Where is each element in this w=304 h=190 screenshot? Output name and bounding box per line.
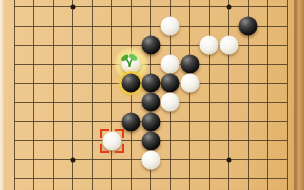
intersection-col8-row3[interactable]	[161, 0, 181, 17]
gomoku-board-screenshot	[0, 0, 304, 190]
intersection-col2-row11[interactable]	[44, 150, 64, 169]
intersection-col3-row4[interactable]	[63, 17, 83, 36]
intersection-col5-row11[interactable]	[102, 150, 122, 169]
intersection-col4-row7[interactable]	[83, 74, 103, 93]
intersection-col4-row6[interactable]	[83, 55, 103, 74]
intersection-col7-row4[interactable]	[141, 17, 161, 36]
intersection-col3-row5[interactable]	[63, 36, 83, 55]
intersection-col3-row10[interactable]	[63, 131, 83, 150]
intersection-col6-row9[interactable]	[122, 112, 142, 131]
intersection-col10-row6[interactable]	[200, 55, 220, 74]
intersection-col8-row8[interactable]	[161, 93, 181, 112]
intersection-col11-row4[interactable]	[219, 17, 239, 36]
intersection-col3-row6[interactable]	[63, 55, 83, 74]
intersection-col5-row10[interactable]	[102, 131, 122, 150]
black-stone	[141, 112, 160, 131]
intersection-col10-row9[interactable]	[200, 112, 220, 131]
intersection-col3-row7[interactable]	[63, 74, 83, 93]
star-point	[226, 157, 231, 162]
star-point	[70, 157, 75, 162]
intersection-col9-row8[interactable]	[180, 93, 200, 112]
intersection-col5-row12[interactable]	[102, 169, 122, 188]
intersection-col10-row5[interactable]	[200, 36, 220, 55]
intersection-col0-row11[interactable]	[5, 150, 25, 169]
intersection-col2-row10[interactable]	[44, 131, 64, 150]
black-stone	[141, 93, 160, 112]
intersection-col0-row5[interactable]	[5, 36, 25, 55]
white-stone	[219, 36, 238, 55]
intersection-col5-row4[interactable]	[102, 17, 122, 36]
black-stone	[239, 17, 258, 36]
intersection-col0-row10[interactable]	[5, 131, 25, 150]
intersection-col3-row8[interactable]	[63, 93, 83, 112]
intersection-col12-row9[interactable]	[239, 112, 259, 131]
board-left-edge	[0, 0, 4, 190]
intersection-col11-row7[interactable]	[219, 74, 239, 93]
black-stone	[122, 74, 141, 93]
intersection-col0-row8[interactable]	[5, 93, 25, 112]
intersection-col7-row5[interactable]	[141, 36, 161, 55]
black-stone	[141, 74, 160, 93]
black-stone	[161, 74, 180, 93]
black-stone	[122, 112, 141, 131]
intersection-col11-row8[interactable]	[219, 93, 239, 112]
intersection-col7-row11[interactable]	[141, 150, 161, 169]
white-stone	[180, 74, 199, 93]
intersection-col7-row3[interactable]	[141, 0, 161, 17]
intersection-col3-row3[interactable]	[63, 0, 83, 17]
intersection-col1-row6[interactable]	[24, 55, 44, 74]
marker-corner-br	[115, 144, 124, 153]
intersection-col13-row11[interactable]	[258, 150, 278, 169]
intersection-col4-row8[interactable]	[83, 93, 103, 112]
intersection-col12-row3[interactable]	[239, 0, 259, 17]
intersection-col2-row8[interactable]	[44, 93, 64, 112]
intersection-col4-row12[interactable]	[83, 169, 103, 188]
intersection-col8-row12[interactable]	[161, 169, 181, 188]
intersection-col8-row7[interactable]	[161, 74, 181, 93]
board-grid	[5, 0, 298, 188]
intersection-col11-row9[interactable]	[219, 112, 239, 131]
intersection-col10-row11[interactable]	[200, 150, 220, 169]
intersection-col6-row7[interactable]	[122, 74, 142, 93]
intersection-col2-row7[interactable]	[44, 74, 64, 93]
intersection-col0-row9[interactable]	[5, 112, 25, 131]
intersection-col7-row9[interactable]	[141, 112, 161, 131]
intersection-col0-row4[interactable]	[5, 17, 25, 36]
intersection-col7-row10[interactable]	[141, 131, 161, 150]
intersection-col1-row3[interactable]	[24, 0, 44, 17]
intersection-col13-row8[interactable]	[258, 93, 278, 112]
intersection-col1-row4[interactable]	[24, 17, 44, 36]
intersection-col4-row11[interactable]	[83, 150, 103, 169]
intersection-col6-row3[interactable]	[122, 0, 142, 17]
intersection-col5-row7[interactable]	[102, 74, 122, 93]
intersection-col13-row4[interactable]	[258, 17, 278, 36]
intersection-col0-row6[interactable]	[5, 55, 25, 74]
intersection-col2-row5[interactable]	[44, 36, 64, 55]
intersection-col13-row6[interactable]	[258, 55, 278, 74]
marker-corner-bl	[100, 144, 109, 153]
intersection-col6-row12[interactable]	[122, 169, 142, 188]
intersection-col9-row4[interactable]	[180, 17, 200, 36]
intersection-col11-row3[interactable]	[219, 0, 239, 17]
intersection-col12-row6[interactable]	[239, 55, 259, 74]
intersection-col13-row7[interactable]	[258, 74, 278, 93]
intersection-col0-row7[interactable]	[5, 74, 25, 93]
intersection-col9-row7[interactable]	[180, 74, 200, 93]
sprout-icon	[119, 51, 139, 71]
intersection-col13-row12[interactable]	[258, 169, 278, 188]
intersection-col10-row7[interactable]	[200, 74, 220, 93]
intersection-col6-row11[interactable]	[122, 150, 142, 169]
intersection-col9-row6[interactable]	[180, 55, 200, 74]
intersection-col7-row8[interactable]	[141, 93, 161, 112]
intersection-col5-row8[interactable]	[102, 93, 122, 112]
intersection-col12-row10[interactable]	[239, 131, 259, 150]
black-stone	[141, 131, 160, 150]
intersection-col1-row12[interactable]	[24, 169, 44, 188]
star-point	[226, 4, 231, 9]
intersection-col1-row11[interactable]	[24, 150, 44, 169]
intersection-col10-row8[interactable]	[200, 93, 220, 112]
intersection-col2-row6[interactable]	[44, 55, 64, 74]
intersection-col9-row12[interactable]	[180, 169, 200, 188]
intersection-col11-row11[interactable]	[219, 150, 239, 169]
intersection-col4-row3[interactable]	[83, 0, 103, 17]
white-stone	[161, 17, 180, 36]
intersection-col9-row11[interactable]	[180, 150, 200, 169]
last-move-marker	[100, 129, 124, 153]
white-stone	[200, 36, 219, 55]
intersection-col2-row9[interactable]	[44, 112, 64, 131]
intersection-col1-row8[interactable]	[24, 93, 44, 112]
intersection-col1-row7[interactable]	[24, 74, 44, 93]
intersection-col9-row9[interactable]	[180, 112, 200, 131]
intersection-col8-row6[interactable]	[161, 55, 181, 74]
intersection-col11-row6[interactable]	[219, 55, 239, 74]
intersection-col2-row3[interactable]	[44, 0, 64, 17]
intersection-col3-row9[interactable]	[63, 112, 83, 131]
intersection-col8-row9[interactable]	[161, 112, 181, 131]
white-stone	[141, 150, 160, 169]
intersection-col6-row6[interactable]	[122, 55, 142, 74]
intersection-col13-row9[interactable]	[258, 112, 278, 131]
intersection-col3-row11[interactable]	[63, 150, 83, 169]
intersection-col1-row9[interactable]	[24, 112, 44, 131]
intersection-col7-row12[interactable]	[141, 169, 161, 188]
intersection-col8-row10[interactable]	[161, 131, 181, 150]
intersection-col8-row4[interactable]	[161, 17, 181, 36]
intersection-col2-row4[interactable]	[44, 17, 64, 36]
intersection-col3-row12[interactable]	[63, 169, 83, 188]
intersection-col10-row3[interactable]	[200, 0, 220, 17]
intersection-col6-row10[interactable]	[122, 131, 142, 150]
intersection-col2-row12[interactable]	[44, 169, 64, 188]
star-point	[70, 4, 75, 9]
intersection-col10-row12[interactable]	[200, 169, 220, 188]
intersection-col9-row3[interactable]	[180, 0, 200, 17]
intersection-col0-row3[interactable]	[5, 0, 25, 17]
white-stone	[161, 93, 180, 112]
intersection-col6-row4[interactable]	[122, 17, 142, 36]
intersection-col10-row10[interactable]	[200, 131, 220, 150]
intersection-col5-row3[interactable]	[102, 0, 122, 17]
marker-corner-tr	[115, 129, 124, 138]
intersection-col9-row10[interactable]	[180, 131, 200, 150]
intersection-col4-row5[interactable]	[83, 36, 103, 55]
intersection-col7-row7[interactable]	[141, 74, 161, 93]
intersection-col12-row12[interactable]	[239, 169, 259, 188]
intersection-col9-row5[interactable]	[180, 36, 200, 55]
intersection-col12-row5[interactable]	[239, 36, 259, 55]
intersection-col12-row7[interactable]	[239, 74, 259, 93]
intersection-col12-row8[interactable]	[239, 93, 259, 112]
intersection-col0-row12[interactable]	[5, 169, 25, 188]
black-stone	[141, 36, 160, 55]
intersection-col12-row11[interactable]	[239, 150, 259, 169]
intersection-col1-row10[interactable]	[24, 131, 44, 150]
intersection-col11-row10[interactable]	[219, 131, 239, 150]
intersection-col4-row4[interactable]	[83, 17, 103, 36]
intersection-col10-row4[interactable]	[200, 17, 220, 36]
intersection-col6-row8[interactable]	[122, 93, 142, 112]
intersection-col8-row5[interactable]	[161, 36, 181, 55]
intersection-col1-row5[interactable]	[24, 36, 44, 55]
black-stone	[180, 55, 199, 74]
board-right-edge	[294, 0, 304, 190]
intersection-col8-row11[interactable]	[161, 150, 181, 169]
intersection-col13-row10[interactable]	[258, 131, 278, 150]
intersection-col11-row12[interactable]	[219, 169, 239, 188]
marker-corner-tl	[100, 129, 109, 138]
intersection-col11-row5[interactable]	[219, 36, 239, 55]
intersection-col13-row3[interactable]	[258, 0, 278, 17]
intersection-col13-row5[interactable]	[258, 36, 278, 55]
white-stone	[161, 55, 180, 74]
intersection-col12-row4[interactable]	[239, 17, 259, 36]
